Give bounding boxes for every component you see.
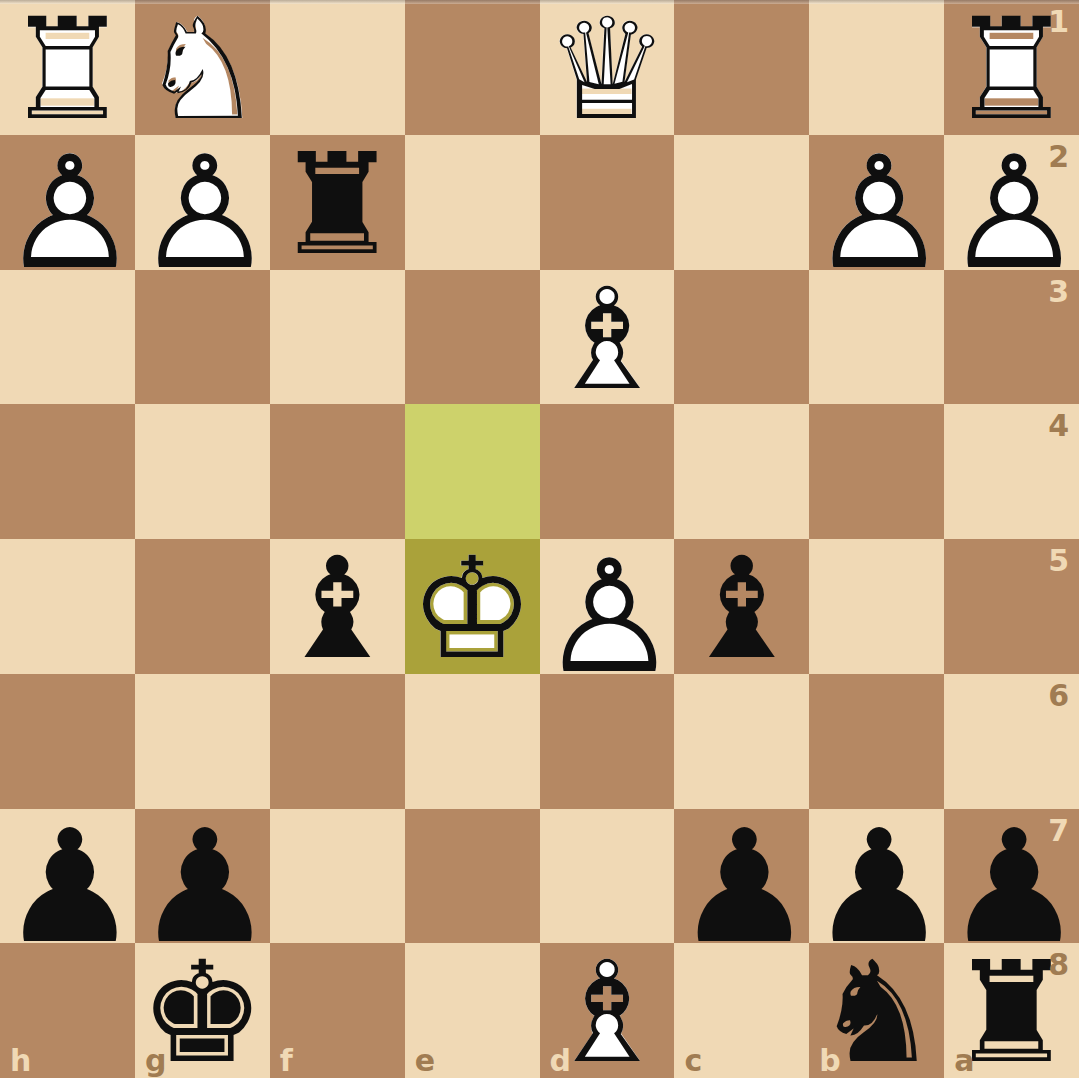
square-b1[interactable] [809, 0, 944, 135]
black-pawn[interactable]: ♟ [674, 809, 809, 944]
white-rook[interactable]: ♜♖ [944, 0, 1079, 135]
square-c5[interactable]: ♝ [674, 539, 809, 674]
white-rook[interactable]: ♜♖ [0, 0, 135, 135]
white-knight[interactable]: ♞♘ [135, 0, 270, 135]
square-d4[interactable] [540, 404, 675, 539]
square-f5[interactable]: ♝ [270, 539, 405, 674]
square-g4[interactable] [135, 404, 270, 539]
square-h3[interactable] [0, 270, 135, 405]
square-d5[interactable]: ♟♙ [540, 539, 675, 674]
square-f2[interactable]: ♜ [270, 135, 405, 270]
white-pawn[interactable]: ♟♙ [540, 539, 675, 674]
square-b8[interactable]: ♞b [809, 943, 944, 1078]
file-label-h: h [10, 1046, 31, 1076]
piece-glyph: ♙ [944, 135, 1079, 291]
piece-glyph: ♗ [544, 270, 670, 410]
black-pawn[interactable]: ♟ [944, 809, 1079, 944]
file-label-c: c [684, 1046, 702, 1076]
square-b3[interactable] [809, 270, 944, 405]
square-e3[interactable] [405, 270, 540, 405]
piece-glyph: ♝ [274, 539, 400, 679]
white-pawn[interactable]: ♟♙ [944, 135, 1079, 270]
piece-glyph: ♖ [949, 0, 1075, 140]
square-c1[interactable] [674, 0, 809, 135]
square-c7[interactable]: ♟ [674, 809, 809, 944]
square-h8[interactable]: h [0, 943, 135, 1078]
piece-glyph: ♚ [140, 943, 266, 1078]
square-e8[interactable]: e [405, 943, 540, 1078]
square-b6[interactable] [809, 674, 944, 809]
piece-glyph: ♘ [140, 0, 266, 140]
square-a1[interactable]: ♜♖1 [944, 0, 1079, 135]
square-a6[interactable]: 6 [944, 674, 1079, 809]
white-pawn[interactable]: ♟♙ [809, 135, 944, 270]
black-pawn[interactable]: ♟ [809, 809, 944, 944]
square-f4[interactable] [270, 404, 405, 539]
square-g5[interactable] [135, 539, 270, 674]
piece-glyph: ♝ [679, 539, 805, 679]
square-b5[interactable] [809, 539, 944, 674]
square-b7[interactable]: ♟ [809, 809, 944, 944]
square-c6[interactable] [674, 674, 809, 809]
white-king[interactable]: ♚♔ [405, 539, 540, 674]
white-queen[interactable]: ♛♕ [540, 0, 675, 135]
piece-glyph: ♙ [809, 135, 949, 291]
black-rook[interactable]: ♜ [944, 943, 1079, 1078]
black-rook[interactable]: ♜ [270, 135, 405, 270]
piece-glyph: ♙ [135, 135, 275, 291]
square-a5[interactable]: 5 [944, 539, 1079, 674]
square-f1[interactable] [270, 0, 405, 135]
square-h1[interactable]: ♜♖ [0, 0, 135, 135]
square-c2[interactable] [674, 135, 809, 270]
rank-label-5: 5 [1048, 546, 1069, 576]
piece-glyph: ♕ [544, 0, 670, 140]
white-bishop[interactable]: ♝♗ [540, 943, 675, 1078]
chess-board: ♜♖♞♘♛♕♜♖1♟♙♟♙♜♟♙♟♙2♝♗34♝♚♔♟♙♝56♟♟♟♟♟7h♚g… [0, 0, 1079, 1078]
rank-label-3: 3 [1048, 277, 1069, 307]
piece-glyph: ♜ [949, 943, 1075, 1078]
square-d1[interactable]: ♛♕ [540, 0, 675, 135]
black-bishop[interactable]: ♝ [674, 539, 809, 674]
square-h7[interactable]: ♟ [0, 809, 135, 944]
square-e4[interactable] [405, 404, 540, 539]
square-h4[interactable] [0, 404, 135, 539]
square-c4[interactable] [674, 404, 809, 539]
square-e2[interactable] [405, 135, 540, 270]
square-b4[interactable] [809, 404, 944, 539]
square-g7[interactable]: ♟ [135, 809, 270, 944]
square-g1[interactable]: ♞♘ [135, 0, 270, 135]
black-bishop[interactable]: ♝ [270, 539, 405, 674]
square-a7[interactable]: ♟7 [944, 809, 1079, 944]
square-h5[interactable] [0, 539, 135, 674]
rank-label-4: 4 [1048, 411, 1069, 441]
piece-glyph: ♞ [814, 943, 940, 1078]
file-label-f: f [280, 1046, 293, 1076]
piece-glyph: ♟ [674, 809, 814, 965]
rank-label-6: 6 [1048, 681, 1069, 711]
square-f3[interactable] [270, 270, 405, 405]
page: ♜♖♞♘♛♕♜♖1♟♙♟♙♜♟♙♟♙2♝♗34♝♚♔♟♙♝56♟♟♟♟♟7h♚g… [0, 0, 1079, 1078]
square-c3[interactable] [674, 270, 809, 405]
square-d3[interactable]: ♝♗ [540, 270, 675, 405]
piece-glyph: ♟ [0, 809, 140, 965]
square-a2[interactable]: ♟♙2 [944, 135, 1079, 270]
square-f6[interactable] [270, 674, 405, 809]
piece-glyph: ♙ [0, 135, 140, 291]
square-g8[interactable]: ♚g [135, 943, 270, 1078]
square-h6[interactable] [0, 674, 135, 809]
black-pawn[interactable]: ♟ [0, 809, 135, 944]
square-d8[interactable]: ♝♗d [540, 943, 675, 1078]
square-f8[interactable]: f [270, 943, 405, 1078]
square-g3[interactable] [135, 270, 270, 405]
square-g6[interactable] [135, 674, 270, 809]
file-label-e: e [415, 1046, 435, 1076]
black-knight[interactable]: ♞ [809, 943, 944, 1078]
square-b2[interactable]: ♟♙ [809, 135, 944, 270]
piece-glyph: ♜ [274, 135, 400, 275]
square-d7[interactable] [540, 809, 675, 944]
white-pawn[interactable]: ♟♙ [0, 135, 135, 270]
white-pawn[interactable]: ♟♙ [135, 135, 270, 270]
square-g2[interactable]: ♟♙ [135, 135, 270, 270]
square-e5[interactable]: ♚♔ [405, 539, 540, 674]
square-f7[interactable] [270, 809, 405, 944]
white-bishop[interactable]: ♝♗ [540, 270, 675, 405]
square-e1[interactable] [405, 0, 540, 135]
square-a4[interactable]: 4 [944, 404, 1079, 539]
piece-glyph: ♖ [5, 0, 131, 140]
piece-glyph: ♗ [544, 943, 670, 1078]
black-pawn[interactable]: ♟ [135, 809, 270, 944]
square-d6[interactable] [540, 674, 675, 809]
square-h2[interactable]: ♟♙ [0, 135, 135, 270]
piece-glyph: ♔ [409, 539, 535, 679]
square-a3[interactable]: 3 [944, 270, 1079, 405]
piece-glyph: ♙ [540, 539, 680, 695]
square-e7[interactable] [405, 809, 540, 944]
black-king[interactable]: ♚ [135, 943, 270, 1078]
square-d2[interactable] [540, 135, 675, 270]
square-a8[interactable]: ♜8a [944, 943, 1079, 1078]
square-e6[interactable] [405, 674, 540, 809]
square-c8[interactable]: c [674, 943, 809, 1078]
